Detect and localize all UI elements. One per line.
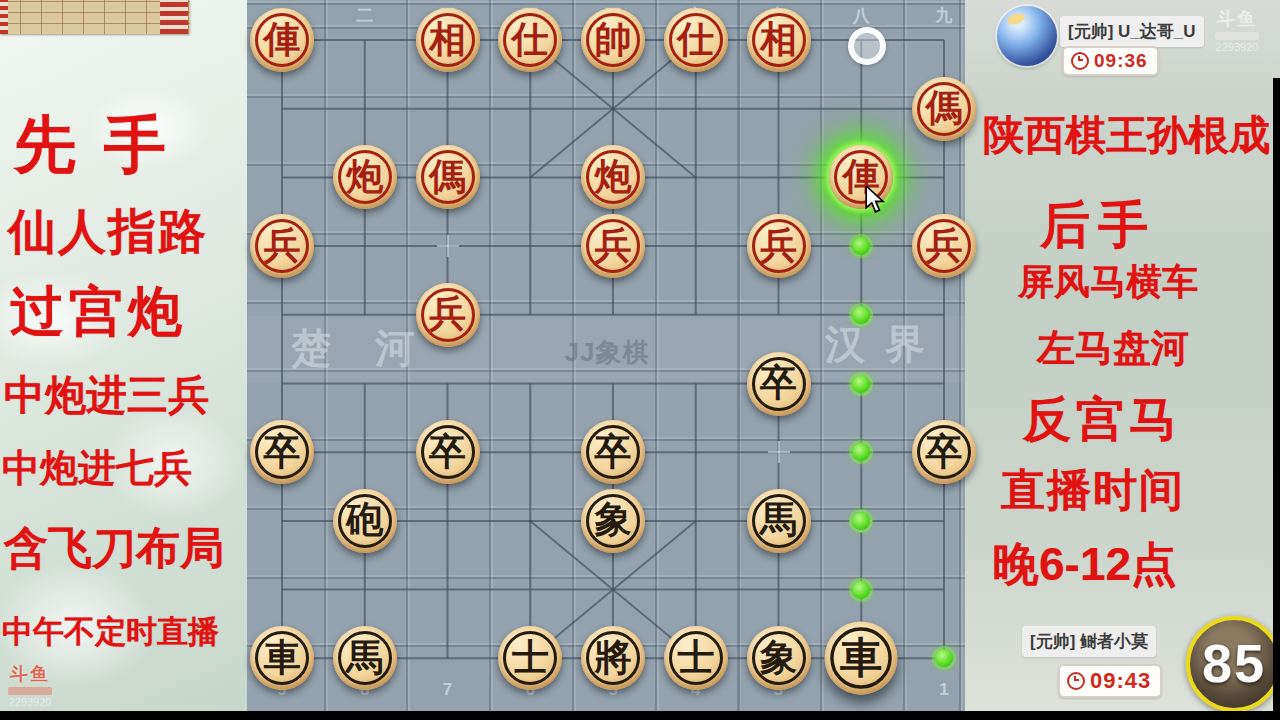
piece-red-horse[interactable]: 傌: [416, 145, 480, 209]
bottom-player-name: [元帅] 鲥者小莫: [1022, 626, 1156, 657]
piece-glyph: 卒: [926, 433, 963, 470]
piece-black-elephant[interactable]: 象: [581, 489, 645, 553]
piece-red-cannon[interactable]: 炮: [581, 145, 645, 209]
piece-glyph: 士: [512, 639, 549, 676]
piece-black-horse[interactable]: 馬: [747, 489, 811, 553]
piece-red-cannon[interactable]: 炮: [333, 145, 397, 209]
piece-black-cannon[interactable]: 砲: [333, 489, 397, 553]
piece-black-soldier[interactable]: 卒: [416, 420, 480, 484]
piece-glyph: 卒: [595, 433, 632, 470]
piece-red-soldier[interactable]: 兵: [747, 214, 811, 278]
piece-glyph: 兵: [595, 227, 632, 264]
left-caption-6: 中午不定时直播: [2, 611, 219, 653]
piece-black-horse[interactable]: 馬: [333, 626, 397, 690]
bottom-player-avatar: 85: [1186, 616, 1280, 712]
clock-icon: [1067, 672, 1085, 690]
piece-red-chariot[interactable]: 俥: [250, 8, 314, 72]
jj-xiangqi-logo: JJ象棋: [565, 335, 650, 370]
piece-glyph: 傌: [429, 158, 466, 195]
piece-glyph: 卒: [429, 433, 466, 470]
left-caption-4: 中炮进七兵: [2, 443, 192, 494]
piece-red-soldier[interactable]: 兵: [250, 214, 314, 278]
file-label-bottom-3: 7: [443, 680, 452, 700]
left-caption-5: 含飞刀布局: [4, 519, 224, 578]
piece-black-general[interactable]: 將: [581, 626, 645, 690]
left-caption-1: 仙人指路: [8, 200, 208, 264]
piece-black-soldier[interactable]: 卒: [912, 420, 976, 484]
douyu-logo-subtext: [1215, 32, 1259, 40]
left-caption-panel: 先手仙人指路过宫炮中炮进三兵中炮进七兵含飞刀布局中午不定时直播: [0, 0, 247, 711]
move-hint-dot[interactable]: [852, 306, 870, 324]
piece-red-advisor[interactable]: 仕: [498, 8, 562, 72]
piece-black-advisor[interactable]: 士: [664, 626, 728, 690]
right-caption-0: 陕西棋王孙根成: [983, 108, 1270, 163]
corner-thumbnail: [0, 0, 190, 34]
piece-glyph: 兵: [429, 295, 466, 332]
douyu-watermark-bottom-left: 斗鱼 2293920: [8, 663, 52, 709]
left-caption-2: 过宫炮: [10, 276, 187, 349]
piece-red-soldier[interactable]: 兵: [416, 283, 480, 347]
piece-glyph: 兵: [760, 227, 797, 264]
move-origin-ring: [848, 27, 886, 65]
piece-glyph: 車: [840, 636, 882, 678]
piece-red-horse[interactable]: 傌: [912, 77, 976, 141]
piece-glyph: 砲: [346, 501, 383, 538]
move-hint-dot[interactable]: [852, 375, 870, 393]
top-player-avatar: [997, 6, 1057, 66]
piece-red-elephant[interactable]: 相: [416, 8, 480, 72]
left-caption-0: 先手: [14, 103, 194, 187]
right-caption-2: 屏风马横车: [1018, 258, 1198, 307]
piece-glyph: 卒: [264, 433, 301, 470]
douyu-logo-subtext: [8, 687, 52, 695]
piece-black-soldier[interactable]: 卒: [747, 352, 811, 416]
piece-glyph: 馬: [760, 501, 797, 538]
piece-glyph: 象: [760, 639, 797, 676]
douyu-logo: 斗鱼: [8, 663, 52, 686]
river-text-han-jie: 汉界: [825, 317, 945, 372]
right-caption-6: 晚6-12点: [993, 534, 1177, 596]
piece-glyph: 炮: [346, 158, 383, 195]
top-player-timer: 09:36: [1062, 46, 1159, 76]
xiangqi-board[interactable]: 楚河 汉界 JJ象棋 一二三四五六七八九987654321俥相仕帥仕相傌炮傌炮俥…: [247, 0, 965, 711]
right-caption-4: 反宫马: [1023, 388, 1182, 452]
piece-glyph: 象: [595, 501, 632, 538]
piece-glyph: 將: [595, 639, 632, 676]
piece-glyph: 俥: [264, 21, 301, 58]
piece-glyph: 馬: [346, 639, 383, 676]
piece-glyph: 兵: [926, 227, 963, 264]
right-caption-panel: [元帅] U_达哥_U 09:36 陕西棋王孙根成后手屏风马横车左马盘河反宫马直…: [965, 0, 1280, 711]
piece-glyph: 仕: [677, 21, 714, 58]
piece-glyph: 仕: [512, 21, 549, 58]
piece-black-chariot[interactable]: 車: [250, 626, 314, 690]
douyu-watermark-top-right: 斗鱼 2293920: [1215, 8, 1259, 54]
room-id: 2293920: [8, 696, 52, 710]
piece-black-elephant[interactable]: 象: [747, 626, 811, 690]
letterbox-bottom: [0, 711, 1280, 720]
file-label-top-9: 九: [936, 4, 953, 27]
top-player-name: [元帅] U_达哥_U: [1060, 16, 1204, 47]
left-caption-3: 中炮进三兵: [4, 368, 209, 423]
piece-red-soldier[interactable]: 兵: [581, 214, 645, 278]
room-id: 2293920: [1215, 41, 1259, 55]
piece-glyph: 傌: [926, 89, 963, 126]
bottom-player-timer: 09:43: [1058, 664, 1162, 698]
piece-red-advisor[interactable]: 仕: [664, 8, 728, 72]
piece-black-soldier[interactable]: 卒: [581, 420, 645, 484]
piece-red-elephant[interactable]: 相: [747, 8, 811, 72]
piece-black-soldier[interactable]: 卒: [250, 420, 314, 484]
right-caption-1: 后手: [1040, 192, 1156, 259]
stream-frame: 先手仙人指路过宫炮中炮进三兵中炮进七兵含飞刀布局中午不定时直播 楚河 汉界 JJ…: [0, 0, 1280, 720]
piece-glyph: 車: [264, 639, 301, 676]
piece-red-soldier[interactable]: 兵: [912, 214, 976, 278]
piece-glyph: 卒: [760, 364, 797, 401]
file-label-bottom-9: 1: [939, 680, 948, 700]
file-label-top-2: 二: [356, 4, 373, 27]
piece-glyph: 相: [760, 21, 797, 58]
douyu-logo: 斗鱼: [1215, 8, 1259, 31]
right-caption-3: 左马盘河: [1037, 323, 1189, 374]
mouse-cursor: [864, 186, 888, 214]
piece-glyph: 相: [429, 21, 466, 58]
piece-glyph: 士: [677, 639, 714, 676]
clock-icon: [1071, 52, 1089, 70]
piece-glyph: 兵: [264, 227, 301, 264]
score-badge: 85: [1202, 632, 1266, 694]
piece-glyph: 炮: [595, 158, 632, 195]
piece-glyph: 帥: [595, 21, 632, 58]
right-caption-5: 直播时间: [1001, 461, 1185, 520]
piece-red-general[interactable]: 帥: [581, 8, 645, 72]
move-hint-dot[interactable]: [852, 581, 870, 599]
letterbox-right: [1273, 78, 1280, 720]
file-label-top-8: 八: [853, 4, 870, 27]
